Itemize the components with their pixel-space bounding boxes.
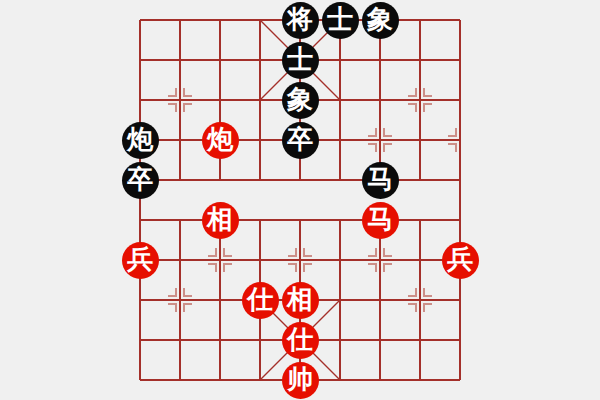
piece-red-advisor-1[interactable]: 仕	[242, 282, 279, 319]
piece-black-soldier-1[interactable]: 卒	[282, 122, 319, 159]
piece-black-elephant-2[interactable]: 象	[282, 82, 319, 119]
piece-red-advisor-2[interactable]: 仕	[282, 322, 319, 359]
pieces-layer: 将士象士象炮卒卒马炮相马兵兵仕相仕帅	[120, 0, 480, 400]
piece-red-elephant-2[interactable]: 相	[282, 282, 319, 319]
piece-black-advisor-2[interactable]: 士	[282, 42, 319, 79]
piece-red-soldier-2[interactable]: 兵	[442, 242, 479, 279]
xiangqi-board-viewer: 将士象士象炮卒卒马炮相马兵兵仕相仕帅	[0, 0, 600, 400]
piece-black-horse[interactable]: 马	[362, 162, 399, 199]
piece-black-soldier-2[interactable]: 卒	[122, 162, 159, 199]
piece-red-general[interactable]: 帅	[282, 362, 319, 399]
piece-red-elephant-1[interactable]: 相	[202, 202, 239, 239]
piece-black-elephant-1[interactable]: 象	[362, 2, 399, 39]
piece-black-advisor-1[interactable]: 士	[322, 2, 359, 39]
piece-red-cannon[interactable]: 炮	[202, 122, 239, 159]
piece-red-horse[interactable]: 马	[362, 202, 399, 239]
piece-black-cannon[interactable]: 炮	[122, 122, 159, 159]
piece-black-general[interactable]: 将	[282, 2, 319, 39]
piece-red-soldier-1[interactable]: 兵	[122, 242, 159, 279]
